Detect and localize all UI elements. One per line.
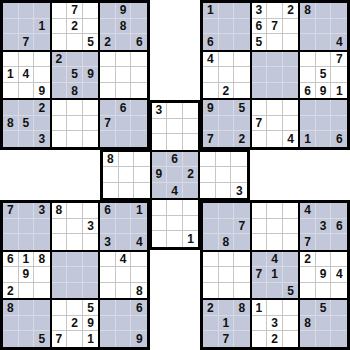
cell-bottom-left-r9c1[interactable] (3, 331, 19, 347)
cell-bottom-left-r1c9[interactable]: 1 (131, 203, 147, 219)
cell-bottom-left-r2c9[interactable] (131, 219, 147, 235)
cell-top-left-r6c2[interactable] (19, 83, 35, 99)
cell-center-r4c2[interactable] (119, 152, 135, 168)
cell-bottom-left-r3c9[interactable]: 4 (131, 234, 147, 250)
cell-top-left-r1c1[interactable] (3, 3, 19, 19)
cell-bottom-right-r1c3[interactable] (234, 203, 250, 219)
cell-center-r8c5[interactable] (167, 216, 183, 232)
cell-top-right-r9c9[interactable]: 6 (331, 131, 347, 147)
cell-top-left-r4c9[interactable] (131, 52, 147, 68)
cell-top-right-r8c3[interactable] (234, 116, 250, 132)
cell-top-right-r8c8[interactable] (316, 116, 332, 132)
cell-bottom-right-r3c5[interactable] (267, 234, 283, 250)
cell-center-r9c4[interactable] (152, 231, 168, 247)
cell-bottom-left-r2c2[interactable] (19, 219, 35, 235)
cell-center-r5c7[interactable] (200, 167, 216, 183)
cell-center-r2c6[interactable] (183, 119, 199, 135)
cell-bottom-left-r3c5[interactable] (67, 234, 83, 250)
cell-center-r7c5[interactable] (167, 200, 183, 216)
cell-bottom-right-r7c8[interactable]: 5 (316, 300, 332, 316)
cell-bottom-right-r2c1[interactable] (203, 219, 219, 235)
cell-top-left-r8c1[interactable]: 8 (3, 116, 19, 132)
cell-top-right-r7c2[interactable] (219, 100, 235, 116)
cell-bottom-right-r5c8[interactable]: 9 (316, 267, 332, 283)
cell-center-r4c4[interactable] (152, 152, 168, 168)
cell-center-r3c5[interactable] (167, 134, 183, 150)
cell-bottom-right-r7c4[interactable]: 1 (252, 300, 268, 316)
cell-center-r8c4[interactable] (152, 216, 168, 232)
cell-top-right-r6c1[interactable] (203, 83, 219, 99)
cell-bottom-right-r6c4[interactable] (252, 283, 268, 299)
cell-top-left-r2c4[interactable] (52, 19, 68, 35)
cell-top-right-r8c6[interactable] (283, 116, 299, 132)
cell-center-r2c4[interactable] (152, 119, 168, 135)
cell-top-right-r9c2[interactable] (219, 131, 235, 147)
cell-bottom-right-r4c9[interactable] (331, 252, 347, 268)
cell-top-left-r5c9[interactable] (131, 67, 147, 83)
cell-top-left-r7c1[interactable] (3, 100, 19, 116)
cell-center-r7c4[interactable] (152, 200, 168, 216)
cell-bottom-right-r9c4[interactable] (252, 331, 268, 347)
cell-top-left-r5c6[interactable]: 9 (83, 67, 99, 83)
cell-center-r1c6[interactable] (183, 103, 199, 119)
cell-top-right-r2c4[interactable]: 6 (252, 19, 268, 35)
cell-top-left-r6c9[interactable] (131, 83, 147, 99)
cell-top-left-r4c2[interactable] (19, 52, 35, 68)
cell-bottom-right-r3c3[interactable] (234, 234, 250, 250)
cell-center-r6c8[interactable] (216, 183, 232, 199)
cell-top-right-r3c4[interactable]: 5 (252, 34, 268, 50)
cell-top-right-r2c3[interactable] (234, 19, 250, 35)
cell-top-right-r9c1[interactable]: 7 (203, 131, 219, 147)
cell-top-left-r7c3[interactable]: 2 (34, 100, 50, 116)
cell-center-r5c8[interactable] (216, 167, 232, 183)
cell-bottom-right-r4c2[interactable] (219, 252, 235, 268)
cell-top-right-r3c7[interactable] (300, 34, 316, 50)
cell-top-left-r2c6[interactable] (83, 19, 99, 35)
cell-bottom-left-r9c7[interactable] (100, 331, 116, 347)
cell-center-r6c9[interactable]: 3 (231, 183, 247, 199)
cell-bottom-left-r7c7[interactable] (100, 300, 116, 316)
cell-bottom-right-r6c3[interactable] (234, 283, 250, 299)
cell-bottom-right-r5c2[interactable] (219, 267, 235, 283)
cell-top-right-r3c8[interactable] (316, 34, 332, 50)
cell-top-left-r6c7[interactable] (100, 83, 116, 99)
cell-top-left-r9c5[interactable] (67, 131, 83, 147)
cell-top-right-r5c7[interactable] (300, 67, 316, 83)
cell-bottom-left-r8c8[interactable] (116, 316, 132, 332)
cell-bottom-left-r4c9[interactable] (131, 252, 147, 268)
cell-bottom-right-r8c1[interactable] (203, 316, 219, 332)
cell-top-right-r9c8[interactable] (316, 131, 332, 147)
cell-bottom-right-r1c4[interactable] (252, 203, 268, 219)
cell-top-left-r3c7[interactable]: 2 (100, 34, 116, 50)
cell-bottom-right-r9c5[interactable]: 2 (267, 331, 283, 347)
cell-bottom-left-r3c3[interactable] (34, 234, 50, 250)
cell-top-right-r8c5[interactable] (267, 116, 283, 132)
cell-top-left-r6c4[interactable] (52, 83, 68, 99)
cell-top-right-r2c7[interactable] (300, 19, 316, 35)
cell-top-right-r5c8[interactable]: 5 (316, 67, 332, 83)
cell-center-r4c1[interactable]: 8 (103, 152, 119, 168)
cell-bottom-left-r4c8[interactable]: 4 (116, 252, 132, 268)
cell-top-right-r5c1[interactable] (203, 67, 219, 83)
cell-bottom-right-r1c5[interactable] (267, 203, 283, 219)
cell-bottom-right-r7c5[interactable] (267, 300, 283, 316)
cell-top-right-r1c7[interactable]: 8 (300, 3, 316, 19)
cell-top-left-r2c8[interactable]: 8 (116, 19, 132, 35)
cell-top-right-r6c7[interactable]: 6 (300, 83, 316, 99)
cell-top-right-r4c7[interactable] (300, 52, 316, 68)
cell-center-r4c9[interactable] (231, 152, 247, 168)
cell-top-left-r7c9[interactable] (131, 100, 147, 116)
cell-top-left-r6c1[interactable] (3, 83, 19, 99)
cell-bottom-right-r6c8[interactable] (316, 283, 332, 299)
cell-center-r1c4[interactable]: 3 (152, 103, 168, 119)
cell-bottom-left-r1c3[interactable]: 3 (34, 203, 50, 219)
cell-bottom-right-r5c6[interactable] (283, 267, 299, 283)
cell-bottom-right-r9c8[interactable] (316, 331, 332, 347)
cell-bottom-right-r9c9[interactable] (331, 331, 347, 347)
cell-top-left-r4c8[interactable] (116, 52, 132, 68)
cell-top-left-r5c3[interactable] (34, 67, 50, 83)
cell-bottom-right-r1c1[interactable] (203, 203, 219, 219)
cell-bottom-left-r7c2[interactable] (19, 300, 35, 316)
cell-top-left-r8c3[interactable] (34, 116, 50, 132)
cell-top-right-r5c6[interactable] (283, 67, 299, 83)
cell-bottom-right-r2c2[interactable] (219, 219, 235, 235)
cell-bottom-left-r6c7[interactable] (100, 283, 116, 299)
cell-bottom-left-r3c1[interactable] (3, 234, 19, 250)
cell-top-left-r6c6[interactable] (83, 83, 99, 99)
cell-bottom-right-r4c3[interactable] (234, 252, 250, 268)
cell-bottom-right-r2c4[interactable] (252, 219, 268, 235)
cell-bottom-left-r3c6[interactable] (83, 234, 99, 250)
cell-top-right-r9c3[interactable]: 2 (234, 131, 250, 147)
cell-bottom-right-r2c8[interactable]: 3 (316, 219, 332, 235)
cell-top-left-r1c3[interactable] (34, 3, 50, 19)
cell-bottom-left-r8c9[interactable] (131, 316, 147, 332)
cell-top-left-r7c7[interactable] (100, 100, 116, 116)
cell-bottom-right-r4c6[interactable] (283, 252, 299, 268)
cell-top-right-r4c1[interactable]: 4 (203, 52, 219, 68)
cell-bottom-right-r2c9[interactable]: 6 (331, 219, 347, 235)
cell-bottom-right-r4c8[interactable] (316, 252, 332, 268)
cell-top-left-r6c8[interactable] (116, 83, 132, 99)
cell-top-right-r7c7[interactable] (300, 100, 316, 116)
cell-center-r4c8[interactable] (216, 152, 232, 168)
cell-bottom-left-r7c3[interactable] (34, 300, 50, 316)
cell-top-right-r1c8[interactable] (316, 3, 332, 19)
cell-bottom-left-r2c6[interactable]: 3 (83, 219, 99, 235)
cell-center-r5c6[interactable]: 2 (183, 167, 199, 183)
cell-top-right-r8c4[interactable]: 7 (252, 116, 268, 132)
cell-bottom-right-r5c9[interactable]: 4 (331, 267, 347, 283)
cell-top-right-r8c2[interactable] (219, 116, 235, 132)
cell-bottom-left-r1c4[interactable]: 8 (52, 203, 68, 219)
cell-bottom-left-r5c6[interactable] (83, 267, 99, 283)
cell-bottom-right-r8c6[interactable] (283, 316, 299, 332)
cell-bottom-left-r6c1[interactable]: 2 (3, 283, 19, 299)
cell-center-r2c5[interactable] (167, 119, 183, 135)
cell-bottom-right-r2c5[interactable] (267, 219, 283, 235)
cell-top-right-r3c6[interactable] (283, 34, 299, 50)
cell-top-right-r2c5[interactable]: 7 (267, 19, 283, 35)
cell-bottom-right-r1c8[interactable] (316, 203, 332, 219)
cell-bottom-left-r5c2[interactable]: 9 (19, 267, 35, 283)
cell-top-right-r5c2[interactable] (219, 67, 235, 83)
cell-top-right-r7c9[interactable] (331, 100, 347, 116)
cell-bottom-right-r8c5[interactable]: 3 (267, 316, 283, 332)
cell-bottom-right-r7c2[interactable] (219, 300, 235, 316)
cell-bottom-right-r1c6[interactable] (283, 203, 299, 219)
cell-bottom-right-r6c1[interactable] (203, 283, 219, 299)
cell-bottom-left-r8c5[interactable]: 2 (67, 316, 83, 332)
cell-center-r5c2[interactable] (119, 167, 135, 183)
cell-bottom-right-r9c7[interactable] (300, 331, 316, 347)
cell-top-right-r9c7[interactable]: 1 (300, 131, 316, 147)
cell-bottom-left-r2c4[interactable] (52, 219, 68, 235)
cell-top-left-r9c6[interactable] (83, 131, 99, 147)
cell-center-r3c6[interactable] (183, 134, 199, 150)
cell-bottom-left-r9c8[interactable] (116, 331, 132, 347)
cell-bottom-left-r6c4[interactable] (52, 283, 68, 299)
cell-bottom-right-r5c4[interactable]: 7 (252, 267, 268, 283)
cell-center-r8c6[interactable] (183, 216, 199, 232)
cell-bottom-left-r7c4[interactable] (52, 300, 68, 316)
cell-top-left-r2c1[interactable] (3, 19, 19, 35)
cell-bottom-left-r2c8[interactable] (116, 219, 132, 235)
cell-top-left-r4c5[interactable] (67, 52, 83, 68)
cell-bottom-left-r7c9[interactable]: 6 (131, 300, 147, 316)
cell-top-right-r7c4[interactable] (252, 100, 268, 116)
cell-bottom-left-r3c7[interactable]: 3 (100, 234, 116, 250)
cell-top-left-r5c4[interactable] (52, 67, 68, 83)
cell-top-right-r3c3[interactable] (234, 34, 250, 50)
cell-top-left-r2c3[interactable]: 1 (34, 19, 50, 35)
cell-bottom-left-r5c3[interactable] (34, 267, 50, 283)
cell-bottom-right-r9c1[interactable] (203, 331, 219, 347)
cell-top-right-r6c5[interactable] (267, 83, 283, 99)
cell-top-left-r3c2[interactable]: 7 (19, 34, 35, 50)
cell-top-left-r6c5[interactable]: 8 (67, 83, 83, 99)
cell-bottom-left-r6c2[interactable] (19, 283, 35, 299)
cell-top-left-r2c5[interactable]: 2 (67, 19, 83, 35)
cell-bottom-left-r6c5[interactable] (67, 283, 83, 299)
cell-top-left-r9c8[interactable] (116, 131, 132, 147)
cell-top-right-r3c1[interactable]: 6 (203, 34, 219, 50)
cell-top-right-r1c4[interactable]: 3 (252, 3, 268, 19)
cell-bottom-left-r1c5[interactable] (67, 203, 83, 219)
cell-bottom-right-r5c5[interactable]: 1 (267, 267, 283, 283)
cell-top-left-r8c7[interactable]: 7 (100, 116, 116, 132)
cell-bottom-right-r3c9[interactable] (331, 234, 347, 250)
cell-center-r5c1[interactable] (103, 167, 119, 183)
cell-top-left-r8c4[interactable] (52, 116, 68, 132)
cell-bottom-left-r1c6[interactable] (83, 203, 99, 219)
cell-top-right-r1c6[interactable]: 2 (283, 3, 299, 19)
cell-top-right-r4c4[interactable] (252, 52, 268, 68)
cell-bottom-right-r2c6[interactable] (283, 219, 299, 235)
cell-top-left-r1c6[interactable] (83, 3, 99, 19)
cell-top-right-r4c5[interactable] (267, 52, 283, 68)
cell-top-right-r3c2[interactable] (219, 34, 235, 50)
cell-top-right-r4c6[interactable] (283, 52, 299, 68)
cell-center-r6c4[interactable] (152, 183, 168, 199)
cell-top-left-r2c2[interactable] (19, 19, 35, 35)
cell-top-right-r8c7[interactable] (300, 116, 316, 132)
cell-top-left-r1c4[interactable] (52, 3, 68, 19)
cell-bottom-left-r6c9[interactable]: 8 (131, 283, 147, 299)
cell-bottom-right-r4c5[interactable]: 4 (267, 252, 283, 268)
cell-top-right-r5c5[interactable] (267, 67, 283, 83)
cell-bottom-right-r3c8[interactable] (316, 234, 332, 250)
cell-center-r9c5[interactable] (167, 231, 183, 247)
cell-top-left-r5c7[interactable] (100, 67, 116, 83)
cell-top-right-r5c3[interactable] (234, 67, 250, 83)
cell-bottom-right-r9c3[interactable] (234, 331, 250, 347)
cell-top-right-r1c2[interactable] (219, 3, 235, 19)
cell-top-right-r9c6[interactable]: 4 (283, 131, 299, 147)
cell-top-left-r5c5[interactable]: 5 (67, 67, 83, 83)
cell-top-right-r6c4[interactable] (252, 83, 268, 99)
cell-center-r6c1[interactable] (103, 183, 119, 199)
cell-bottom-right-r9c2[interactable]: 7 (219, 331, 235, 347)
cell-bottom-left-r6c8[interactable] (116, 283, 132, 299)
cell-bottom-right-r6c6[interactable]: 5 (283, 283, 299, 299)
cell-bottom-left-r2c1[interactable] (3, 219, 19, 235)
cell-top-right-r9c4[interactable] (252, 131, 268, 147)
cell-bottom-right-r7c6[interactable] (283, 300, 299, 316)
cell-center-r9c6[interactable]: 1 (183, 231, 199, 247)
cell-top-right-r7c6[interactable] (283, 100, 299, 116)
cell-bottom-left-r5c5[interactable] (67, 267, 83, 283)
cell-center-r5c9[interactable] (231, 167, 247, 183)
cell-bottom-right-r6c5[interactable] (267, 283, 283, 299)
cell-top-left-r5c2[interactable]: 4 (19, 67, 35, 83)
cell-top-left-r7c6[interactable] (83, 100, 99, 116)
cell-bottom-right-r3c1[interactable] (203, 234, 219, 250)
cell-top-right-r4c8[interactable] (316, 52, 332, 68)
cell-top-left-r7c2[interactable] (19, 100, 35, 116)
cell-bottom-left-r8c3[interactable] (34, 316, 50, 332)
cell-top-right-r7c8[interactable] (316, 100, 332, 116)
cell-top-right-r1c1[interactable]: 1 (203, 3, 219, 19)
cell-top-right-r6c6[interactable] (283, 83, 299, 99)
cell-top-left-r3c3[interactable] (34, 34, 50, 50)
cell-bottom-left-r4c3[interactable]: 8 (34, 252, 50, 268)
cell-bottom-left-r1c2[interactable] (19, 203, 35, 219)
cell-bottom-left-r4c6[interactable] (83, 252, 99, 268)
cell-center-r4c7[interactable] (200, 152, 216, 168)
cell-center-r6c3[interactable] (134, 183, 150, 199)
cell-top-left-r9c9[interactable] (131, 131, 147, 147)
cell-top-right-r1c3[interactable] (234, 3, 250, 19)
cell-top-right-r1c5[interactable] (267, 3, 283, 19)
cell-top-left-r3c9[interactable]: 6 (131, 34, 147, 50)
cell-center-r5c4[interactable]: 9 (152, 167, 168, 183)
cell-bottom-left-r9c5[interactable] (67, 331, 83, 347)
cell-top-right-r2c9[interactable] (331, 19, 347, 35)
cell-bottom-right-r3c4[interactable] (252, 234, 268, 250)
cell-top-left-r5c1[interactable]: 1 (3, 67, 19, 83)
cell-center-r6c5[interactable]: 4 (167, 183, 183, 199)
cell-bottom-right-r8c8[interactable] (316, 316, 332, 332)
cell-bottom-left-r2c7[interactable] (100, 219, 116, 235)
cell-bottom-right-r7c7[interactable] (300, 300, 316, 316)
cell-top-left-r3c5[interactable] (67, 34, 83, 50)
cell-top-right-r2c6[interactable] (283, 19, 299, 35)
cell-bottom-right-r5c3[interactable] (234, 267, 250, 283)
cell-bottom-left-r3c8[interactable] (116, 234, 132, 250)
cell-bottom-right-r1c2[interactable] (219, 203, 235, 219)
cell-top-left-r5c8[interactable] (116, 67, 132, 83)
cell-bottom-left-r8c4[interactable] (52, 316, 68, 332)
cell-center-r7c6[interactable] (183, 200, 199, 216)
cell-center-r4c3[interactable] (134, 152, 150, 168)
cell-top-left-r7c5[interactable] (67, 100, 83, 116)
cell-top-left-r4c1[interactable] (3, 52, 19, 68)
cell-bottom-right-r8c7[interactable]: 8 (300, 316, 316, 332)
cell-top-left-r7c4[interactable] (52, 100, 68, 116)
cell-bottom-left-r5c8[interactable] (116, 267, 132, 283)
cell-bottom-right-r4c4[interactable] (252, 252, 268, 268)
cell-bottom-left-r6c6[interactable] (83, 283, 99, 299)
cell-center-r1c5[interactable] (167, 103, 183, 119)
cell-top-right-r6c9[interactable]: 1 (331, 83, 347, 99)
cell-bottom-left-r5c9[interactable] (131, 267, 147, 283)
cell-top-left-r4c7[interactable] (100, 52, 116, 68)
cell-top-left-r2c9[interactable] (131, 19, 147, 35)
cell-bottom-left-r2c5[interactable] (67, 219, 83, 235)
cell-top-left-r6c3[interactable]: 9 (34, 83, 50, 99)
cell-bottom-right-r2c7[interactable] (300, 219, 316, 235)
cell-bottom-left-r7c8[interactable] (116, 300, 132, 316)
cell-bottom-right-r3c7[interactable]: 7 (300, 234, 316, 250)
cell-top-right-r3c5[interactable] (267, 34, 283, 50)
cell-bottom-right-r3c2[interactable]: 8 (219, 234, 235, 250)
cell-bottom-left-r2c3[interactable] (34, 219, 50, 235)
cell-top-left-r3c8[interactable] (116, 34, 132, 50)
cell-bottom-left-r9c3[interactable]: 5 (34, 331, 50, 347)
cell-bottom-left-r9c9[interactable]: 9 (131, 331, 147, 347)
cell-top-left-r8c2[interactable]: 5 (19, 116, 35, 132)
cell-bottom-right-r8c9[interactable] (331, 316, 347, 332)
cell-top-left-r7c8[interactable]: 6 (116, 100, 132, 116)
cell-top-left-r8c5[interactable] (67, 116, 83, 132)
cell-bottom-right-r5c7[interactable] (300, 267, 316, 283)
cell-center-r5c5[interactable] (167, 167, 183, 183)
cell-bottom-right-r8c2[interactable]: 1 (219, 316, 235, 332)
cell-bottom-left-r4c1[interactable]: 6 (3, 252, 19, 268)
cell-top-left-r9c1[interactable] (3, 131, 19, 147)
cell-bottom-left-r9c2[interactable] (19, 331, 35, 347)
cell-bottom-left-r8c6[interactable]: 9 (83, 316, 99, 332)
cell-bottom-left-r1c1[interactable]: 7 (3, 203, 19, 219)
cell-bottom-right-r6c7[interactable] (300, 283, 316, 299)
cell-center-r3c4[interactable] (152, 134, 168, 150)
cell-top-right-r5c9[interactable] (331, 67, 347, 83)
cell-bottom-left-r3c2[interactable] (19, 234, 35, 250)
cell-top-left-r9c7[interactable] (100, 131, 116, 147)
cell-bottom-right-r7c9[interactable] (331, 300, 347, 316)
cell-bottom-left-r4c4[interactable] (52, 252, 68, 268)
cell-bottom-right-r8c3[interactable] (234, 316, 250, 332)
cell-bottom-left-r7c6[interactable]: 5 (83, 300, 99, 316)
cell-top-left-r4c4[interactable]: 2 (52, 52, 68, 68)
cell-top-right-r4c2[interactable] (219, 52, 235, 68)
cell-top-right-r7c3[interactable]: 5 (234, 100, 250, 116)
